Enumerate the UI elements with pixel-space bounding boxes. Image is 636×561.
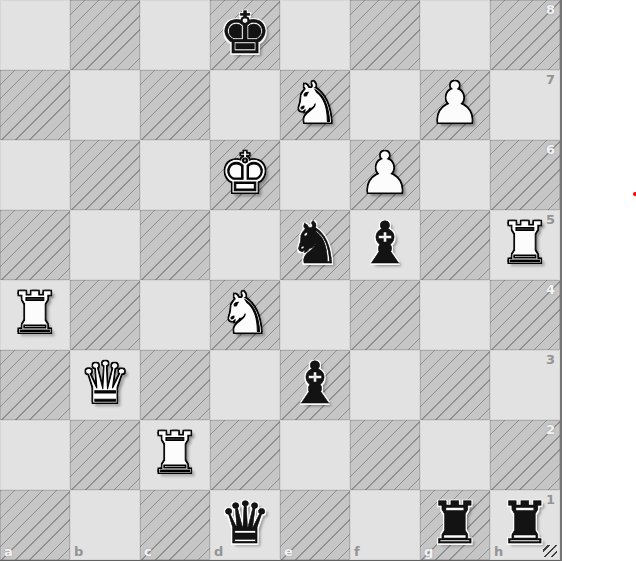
square-e6[interactable] bbox=[280, 140, 350, 210]
square-g4[interactable] bbox=[420, 280, 490, 350]
black-rook-g1[interactable]: ♜ bbox=[429, 494, 481, 552]
white-knight-e7[interactable]: ♞ bbox=[289, 74, 341, 132]
square-h4[interactable]: 4 bbox=[490, 280, 560, 350]
rank-label-3: 3 bbox=[546, 352, 555, 367]
chess-board: ♚8♞♟7♚♟6♞♝♜5♜♞4♛♝3♜2abc♛def♜g♜1h bbox=[0, 0, 560, 560]
rank-label-8: 8 bbox=[546, 2, 555, 17]
square-b8[interactable] bbox=[70, 0, 140, 70]
square-e1[interactable]: e bbox=[280, 490, 350, 560]
rank-label-2: 2 bbox=[546, 422, 555, 437]
square-e7[interactable]: ♞ bbox=[280, 70, 350, 140]
square-g3[interactable] bbox=[420, 350, 490, 420]
square-b1[interactable]: b bbox=[70, 490, 140, 560]
square-h3[interactable]: 3 bbox=[490, 350, 560, 420]
square-d1[interactable]: ♛d bbox=[210, 490, 280, 560]
square-h7[interactable]: 7 bbox=[490, 70, 560, 140]
square-f6[interactable]: ♟ bbox=[350, 140, 420, 210]
square-h6[interactable]: 6 bbox=[490, 140, 560, 210]
white-king-d6[interactable]: ♚ bbox=[219, 144, 271, 202]
square-f5[interactable]: ♝ bbox=[350, 210, 420, 280]
square-f1[interactable]: f bbox=[350, 490, 420, 560]
white-pawn-g7[interactable]: ♟ bbox=[429, 74, 481, 132]
square-e3[interactable]: ♝ bbox=[280, 350, 350, 420]
square-f4[interactable] bbox=[350, 280, 420, 350]
page: ♚8♞♟7♚♟6♞♝♜5♜♞4♛♝3♜2abc♛def♜g♜1h bbox=[0, 0, 636, 561]
square-b3[interactable]: ♛ bbox=[70, 350, 140, 420]
square-e2[interactable] bbox=[280, 420, 350, 490]
rank-label-4: 4 bbox=[546, 282, 555, 297]
square-b7[interactable] bbox=[70, 70, 140, 140]
black-bishop-f5[interactable]: ♝ bbox=[359, 214, 411, 272]
square-d5[interactable] bbox=[210, 210, 280, 280]
file-label-c: c bbox=[144, 544, 152, 559]
square-g5[interactable] bbox=[420, 210, 490, 280]
square-d3[interactable] bbox=[210, 350, 280, 420]
white-rook-h5[interactable]: ♜ bbox=[499, 214, 551, 272]
square-b4[interactable] bbox=[70, 280, 140, 350]
square-g1[interactable]: ♜g bbox=[420, 490, 490, 560]
resize-grip-icon[interactable] bbox=[543, 545, 557, 557]
black-queen-d1[interactable]: ♛ bbox=[219, 494, 271, 552]
square-d8[interactable]: ♚ bbox=[210, 0, 280, 70]
file-label-f: f bbox=[354, 544, 360, 559]
white-queen-b3[interactable]: ♛ bbox=[79, 354, 131, 412]
square-g2[interactable] bbox=[420, 420, 490, 490]
square-d6[interactable]: ♚ bbox=[210, 140, 280, 210]
square-e5[interactable]: ♞ bbox=[280, 210, 350, 280]
square-a6[interactable] bbox=[0, 140, 70, 210]
square-g7[interactable]: ♟ bbox=[420, 70, 490, 140]
square-a7[interactable] bbox=[0, 70, 70, 140]
square-f3[interactable] bbox=[350, 350, 420, 420]
white-rook-c2[interactable]: ♜ bbox=[149, 424, 201, 482]
black-rook-h1[interactable]: ♜ bbox=[499, 494, 551, 552]
square-d7[interactable] bbox=[210, 70, 280, 140]
square-d2[interactable] bbox=[210, 420, 280, 490]
square-c3[interactable] bbox=[140, 350, 210, 420]
black-king-d8[interactable]: ♚ bbox=[219, 4, 271, 62]
square-f2[interactable] bbox=[350, 420, 420, 490]
square-a8[interactable] bbox=[0, 0, 70, 70]
chess-board-frame: ♚8♞♟7♚♟6♞♝♜5♜♞4♛♝3♜2abc♛def♜g♜1h bbox=[0, 0, 562, 561]
square-e8[interactable] bbox=[280, 0, 350, 70]
square-h5[interactable]: ♜5 bbox=[490, 210, 560, 280]
file-label-a: a bbox=[4, 544, 13, 559]
black-knight-e5[interactable]: ♞ bbox=[289, 214, 341, 272]
square-g6[interactable] bbox=[420, 140, 490, 210]
square-a2[interactable] bbox=[0, 420, 70, 490]
square-f7[interactable] bbox=[350, 70, 420, 140]
square-d4[interactable]: ♞ bbox=[210, 280, 280, 350]
square-c7[interactable] bbox=[140, 70, 210, 140]
square-f8[interactable] bbox=[350, 0, 420, 70]
square-c4[interactable] bbox=[140, 280, 210, 350]
square-c8[interactable] bbox=[140, 0, 210, 70]
square-h8[interactable]: 8 bbox=[490, 0, 560, 70]
square-c5[interactable] bbox=[140, 210, 210, 280]
square-c1[interactable]: c bbox=[140, 490, 210, 560]
square-e4[interactable] bbox=[280, 280, 350, 350]
square-a1[interactable]: a bbox=[0, 490, 70, 560]
square-b2[interactable] bbox=[70, 420, 140, 490]
file-label-e: e bbox=[284, 544, 293, 559]
square-c2[interactable]: ♜ bbox=[140, 420, 210, 490]
square-h2[interactable]: 2 bbox=[490, 420, 560, 490]
white-pawn-f6[interactable]: ♟ bbox=[359, 144, 411, 202]
square-c6[interactable] bbox=[140, 140, 210, 210]
square-a5[interactable] bbox=[0, 210, 70, 280]
square-a3[interactable] bbox=[0, 350, 70, 420]
square-b6[interactable] bbox=[70, 140, 140, 210]
white-rook-a4[interactable]: ♜ bbox=[9, 284, 61, 342]
rank-label-7: 7 bbox=[546, 72, 555, 87]
file-label-b: b bbox=[74, 544, 83, 559]
square-a4[interactable]: ♜ bbox=[0, 280, 70, 350]
black-bishop-e3[interactable]: ♝ bbox=[289, 354, 341, 412]
square-b5[interactable] bbox=[70, 210, 140, 280]
rank-label-6: 6 bbox=[546, 142, 555, 157]
square-g8[interactable] bbox=[420, 0, 490, 70]
white-knight-d4[interactable]: ♞ bbox=[219, 284, 271, 342]
